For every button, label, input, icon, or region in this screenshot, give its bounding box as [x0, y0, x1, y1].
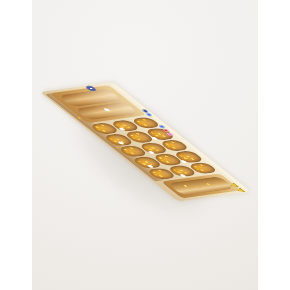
photo-canvas: Gold glitter transparent inflatable pool…: [0, 0, 290, 290]
studio-backdrop: [32, 0, 258, 290]
foot-tube: [167, 176, 236, 196]
